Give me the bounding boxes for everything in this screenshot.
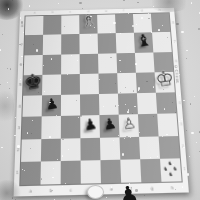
dust-speck <box>8 8 9 9</box>
dust-speck <box>1 147 2 148</box>
dust-speck <box>186 58 187 59</box>
square-b7[interactable] <box>43 35 62 55</box>
square-a7[interactable] <box>24 35 43 55</box>
square-d7[interactable] <box>79 34 98 54</box>
white-king[interactable]: ♔ <box>153 68 176 91</box>
square-h7[interactable] <box>152 32 172 52</box>
dust-speck <box>183 100 184 101</box>
square-c5[interactable] <box>61 74 80 95</box>
square-e6[interactable] <box>98 53 117 73</box>
captured-black-piece[interactable]: ♟ <box>117 182 140 200</box>
rank-label-right-8: 8 <box>172 21 175 25</box>
dust-speck <box>153 6 154 7</box>
square-a4[interactable] <box>22 95 42 117</box>
rank-label-right-2: 2 <box>181 144 184 148</box>
square-b3[interactable] <box>41 116 61 138</box>
rank-label-right-4: 4 <box>178 101 181 105</box>
square-d5[interactable] <box>80 73 99 94</box>
rank-label-3: 3 <box>17 126 20 130</box>
dust-speck <box>194 96 195 97</box>
square-c4[interactable] <box>61 94 80 116</box>
square-b8[interactable] <box>43 16 61 35</box>
dust-speck <box>10 68 11 69</box>
black-pawn[interactable]: ♟ <box>102 116 118 133</box>
chess-mat: ♗♝♚♔♟♟♟♙♞♞♞♞ ©Chess aabbccddeeffgghh8877… <box>14 8 189 197</box>
rank-label-right-7: 7 <box>173 40 176 44</box>
dust-speck <box>79 2 81 4</box>
dust-speck <box>144 195 145 196</box>
photo-smudge <box>0 86 14 126</box>
dust-speck <box>199 151 200 152</box>
dust-speck <box>181 31 183 33</box>
square-a1[interactable] <box>20 161 41 185</box>
square-e5[interactable] <box>98 73 117 94</box>
file-label-top-f: f <box>123 10 124 13</box>
knight-logo-icon: ♞ <box>173 166 178 172</box>
file-label-a: a <box>29 189 32 194</box>
square-d1[interactable] <box>81 160 101 184</box>
dust-speck <box>123 0 124 1</box>
dust-speck <box>199 12 200 14</box>
dust-speck <box>7 68 8 69</box>
square-d4[interactable] <box>80 94 99 116</box>
square-g5[interactable] <box>136 72 156 93</box>
dust-speck <box>198 28 200 30</box>
dust-speck <box>176 23 178 25</box>
rank-label-right-5: 5 <box>176 80 179 84</box>
file-label-g: g <box>151 186 154 191</box>
square-b1[interactable] <box>41 161 61 185</box>
dust-speck <box>7 97 8 98</box>
square-b5[interactable] <box>42 74 61 95</box>
square-c2[interactable] <box>61 138 81 161</box>
dust-speck <box>191 2 192 3</box>
black-pawn[interactable]: ♟ <box>44 96 59 112</box>
dust-speck <box>29 5 30 6</box>
black-bishop[interactable]: ♝ <box>134 31 153 50</box>
dust-speck <box>58 3 59 4</box>
rank-label-right-3: 3 <box>180 122 183 126</box>
square-d6[interactable] <box>80 53 99 74</box>
square-g2[interactable] <box>139 136 160 159</box>
dust-speck <box>12 0 13 1</box>
white-pawn[interactable]: ♙ <box>121 115 137 132</box>
black-king[interactable]: ♚ <box>22 71 43 94</box>
dust-speck <box>106 197 107 198</box>
black-pawn[interactable]: ♟ <box>82 116 97 133</box>
dust-speck <box>15 199 16 200</box>
dust-speck <box>54 199 55 200</box>
square-g6[interactable] <box>135 52 155 72</box>
rank-label-7: 7 <box>20 43 23 47</box>
square-f2[interactable] <box>119 136 140 159</box>
captured-white-piece[interactable] <box>87 185 104 199</box>
square-h8[interactable] <box>151 13 170 32</box>
dust-speck <box>7 82 8 83</box>
square-c6[interactable] <box>61 54 80 75</box>
square-h2[interactable] <box>159 135 180 158</box>
square-e1[interactable] <box>100 159 121 183</box>
rank-label-2: 2 <box>17 148 20 152</box>
file-label-top-c: c <box>69 11 71 14</box>
dust-speck <box>2 34 3 35</box>
square-h4[interactable] <box>156 92 177 114</box>
file-label-top-g: g <box>141 10 143 13</box>
square-f4[interactable] <box>118 93 138 115</box>
rank-label-6: 6 <box>20 63 23 67</box>
dust-speck <box>191 132 193 134</box>
square-e4[interactable] <box>99 94 119 116</box>
square-c7[interactable] <box>61 34 79 54</box>
square-a3[interactable] <box>22 117 42 139</box>
dust-speck <box>196 142 197 143</box>
dust-speck <box>190 103 191 104</box>
square-e2[interactable] <box>100 137 120 160</box>
rank-label-right-6: 6 <box>175 60 178 64</box>
board: ♗♝♚♔♟♟♟♙♞♞♞♞ <box>20 13 181 185</box>
dust-speck <box>199 131 200 132</box>
dust-speck <box>9 88 10 89</box>
dust-speck <box>189 156 190 157</box>
square-e7[interactable] <box>98 33 117 53</box>
file-label-top-a: a <box>34 12 36 15</box>
file-label-top-h: h <box>159 9 161 12</box>
file-label-top-b: b <box>51 12 53 15</box>
dust-speck <box>70 199 71 200</box>
square-c1[interactable] <box>61 160 81 184</box>
dust-speck <box>0 49 1 50</box>
dust-speck <box>12 197 13 198</box>
square-c3[interactable] <box>61 116 81 138</box>
square-a8[interactable] <box>25 16 43 35</box>
rank-label-4: 4 <box>18 104 21 108</box>
board-logo-emblem: ♞♞♞♞ <box>163 161 179 179</box>
square-e8[interactable] <box>97 14 116 33</box>
square-b2[interactable] <box>41 138 61 161</box>
square-h3[interactable] <box>157 114 178 136</box>
rank-label-5: 5 <box>19 83 22 87</box>
file-label-h: h <box>171 185 174 190</box>
white-bishop[interactable]: ♗ <box>79 11 97 29</box>
square-f7[interactable] <box>116 33 135 53</box>
square-d2[interactable] <box>80 137 100 160</box>
square-g1[interactable] <box>140 159 161 183</box>
file-label-b: b <box>49 188 52 193</box>
file-label-c: c <box>70 188 72 193</box>
knight-logo-icon: ♞ <box>168 172 173 178</box>
square-f8[interactable] <box>115 14 134 33</box>
dust-speck <box>0 84 1 85</box>
square-f5[interactable] <box>117 73 137 94</box>
dust-speck <box>5 10 6 11</box>
square-g3[interactable] <box>138 114 159 136</box>
square-a2[interactable] <box>21 139 41 162</box>
rank-label-8: 8 <box>21 24 24 28</box>
rank-label-right-1: 1 <box>183 167 186 171</box>
rank-label-1: 1 <box>16 171 19 175</box>
square-b6[interactable] <box>42 54 61 75</box>
board-photo: ♗♝♚♔♟♟♟♙♞♞♞♞ ©Chess aabbccddeeffgghh8877… <box>0 0 200 200</box>
dust-speck <box>186 50 187 51</box>
file-label-top-e: e <box>105 10 107 13</box>
square-f6[interactable] <box>116 52 135 72</box>
square-c8[interactable] <box>61 15 79 34</box>
square-g4[interactable] <box>137 93 157 115</box>
file-label-e: e <box>110 187 113 192</box>
dust-speck <box>186 130 187 131</box>
dust-speck <box>137 2 138 3</box>
square-f1[interactable] <box>120 159 141 183</box>
